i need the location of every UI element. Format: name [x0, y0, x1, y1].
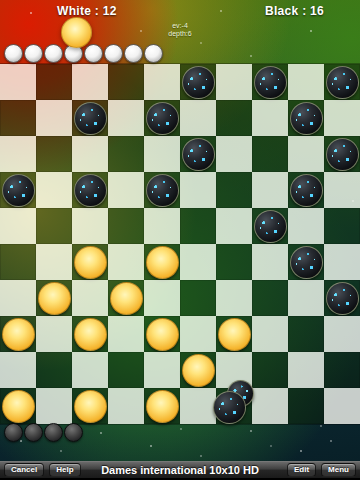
cell-r7c9: [288, 280, 324, 316]
black-man[interactable]: [146, 102, 179, 135]
captured-white-ball: [4, 44, 23, 63]
draughts-app: White : 12 Black : 16 ev:-4 depth:6 Canc…: [0, 0, 360, 480]
cell-r8c6: [180, 316, 216, 352]
eval-value: ev:-4: [0, 22, 360, 30]
cell-r8c7[interactable]: [216, 316, 252, 352]
black-man[interactable]: [182, 66, 215, 99]
menu-button[interactable]: Menu: [321, 463, 356, 477]
cell-r3c7: [216, 136, 252, 172]
cell-r3c2[interactable]: [36, 136, 72, 172]
cell-r5c3: [72, 208, 108, 244]
cell-r8c10: [324, 316, 360, 352]
cell-r1c1: [0, 64, 36, 100]
cell-r3c1: [0, 136, 36, 172]
white-man[interactable]: [74, 390, 107, 423]
cell-r10c9[interactable]: [288, 388, 324, 424]
cell-r7c8[interactable]: [252, 280, 288, 316]
cell-r10c3[interactable]: [72, 388, 108, 424]
cell-r5c4[interactable]: [108, 208, 144, 244]
white-man[interactable]: [146, 246, 179, 279]
cell-r8c1[interactable]: [0, 316, 36, 352]
cell-r4c10: [324, 172, 360, 208]
cell-r6c8: [252, 244, 288, 280]
captured-black-ball: [4, 423, 23, 442]
white-man[interactable]: [74, 318, 107, 351]
cell-r3c9: [288, 136, 324, 172]
white-man[interactable]: [38, 282, 71, 315]
cell-r4c1[interactable]: [0, 172, 36, 208]
black-score-label: Black : 16: [265, 4, 324, 18]
cell-r5c1: [0, 208, 36, 244]
cell-r6c4: [108, 244, 144, 280]
white-score-label: White : 12: [57, 4, 117, 18]
cell-r8c2: [36, 316, 72, 352]
white-man[interactable]: [146, 390, 179, 423]
black-man[interactable]: [326, 282, 359, 315]
cell-r6c7[interactable]: [216, 244, 252, 280]
cell-r7c1: [0, 280, 36, 316]
edit-button[interactable]: Edit: [287, 463, 316, 477]
black-man[interactable]: [290, 246, 323, 279]
cell-r9c3: [72, 352, 108, 388]
cell-r4c5[interactable]: [144, 172, 180, 208]
black-man[interactable]: [290, 174, 323, 207]
cell-r9c10[interactable]: [324, 352, 360, 388]
white-man[interactable]: [218, 318, 251, 351]
cell-r2c10: [324, 100, 360, 136]
cell-r1c3: [72, 64, 108, 100]
eval-depth: depth:6: [0, 30, 360, 38]
cell-r8c3[interactable]: [72, 316, 108, 352]
cell-r10c7[interactable]: [216, 388, 252, 424]
black-man[interactable]: [74, 174, 107, 207]
cell-r1c7: [216, 64, 252, 100]
cell-r8c9[interactable]: [288, 316, 324, 352]
cell-r9c1: [0, 352, 36, 388]
white-man[interactable]: [110, 282, 143, 315]
white-man[interactable]: [182, 354, 215, 387]
captured-black-tray: [4, 423, 83, 442]
cell-r1c10[interactable]: [324, 64, 360, 100]
white-man[interactable]: [146, 318, 179, 351]
black-man[interactable]: [2, 174, 35, 207]
cell-r4c7[interactable]: [216, 172, 252, 208]
cell-r8c4: [108, 316, 144, 352]
cell-r9c6[interactable]: [180, 352, 216, 388]
black-king-lower-disc: [213, 391, 246, 424]
cell-r1c2[interactable]: [36, 64, 72, 100]
cell-r10c10: [324, 388, 360, 424]
cell-r9c9: [288, 352, 324, 388]
cell-r5c6[interactable]: [180, 208, 216, 244]
cell-r10c5[interactable]: [144, 388, 180, 424]
cell-r2c3[interactable]: [72, 100, 108, 136]
cell-r6c5[interactable]: [144, 244, 180, 280]
cell-r6c2: [36, 244, 72, 280]
cell-r9c2[interactable]: [36, 352, 72, 388]
cell-r7c5: [144, 280, 180, 316]
cell-r4c9[interactable]: [288, 172, 324, 208]
cell-r6c9[interactable]: [288, 244, 324, 280]
cell-r6c1[interactable]: [0, 244, 36, 280]
white-man[interactable]: [74, 246, 107, 279]
captured-white-ball: [44, 44, 63, 63]
captured-black-ball: [64, 423, 83, 442]
cell-r2c9[interactable]: [288, 100, 324, 136]
cell-r6c6: [180, 244, 216, 280]
cell-r7c4[interactable]: [108, 280, 144, 316]
captured-white-ball: [104, 44, 123, 63]
engine-eval: ev:-4 depth:6: [0, 22, 360, 38]
cell-r3c8[interactable]: [252, 136, 288, 172]
cell-r7c7: [216, 280, 252, 316]
cell-r4c2: [36, 172, 72, 208]
cell-r7c10[interactable]: [324, 280, 360, 316]
cell-r5c9: [288, 208, 324, 244]
cell-r8c5[interactable]: [144, 316, 180, 352]
white-man[interactable]: [2, 318, 35, 351]
captured-white-ball: [144, 44, 163, 63]
captured-white-ball: [84, 44, 103, 63]
black-man[interactable]: [290, 102, 323, 135]
black-man[interactable]: [326, 138, 359, 171]
cell-r10c4: [108, 388, 144, 424]
cell-r2c1[interactable]: [0, 100, 36, 136]
cell-r9c8[interactable]: [252, 352, 288, 388]
cell-r6c10: [324, 244, 360, 280]
cell-r9c5: [144, 352, 180, 388]
cell-r2c6: [180, 100, 216, 136]
cell-r1c8[interactable]: [252, 64, 288, 100]
cell-r9c4[interactable]: [108, 352, 144, 388]
cell-r3c10[interactable]: [324, 136, 360, 172]
black-man[interactable]: [254, 66, 287, 99]
cell-r4c3[interactable]: [72, 172, 108, 208]
cancel-button[interactable]: Cancel: [4, 463, 44, 477]
cell-r7c6[interactable]: [180, 280, 216, 316]
cell-r4c6: [180, 172, 216, 208]
cell-r6c3[interactable]: [72, 244, 108, 280]
turn-indicator-white-piece: [61, 17, 92, 48]
cell-r3c3: [72, 136, 108, 172]
cell-r10c2: [36, 388, 72, 424]
cell-r4c4: [108, 172, 144, 208]
toolbar: Cancel Help Dames international 10x10 HD…: [0, 461, 360, 478]
black-man[interactable]: [182, 138, 215, 171]
cell-r10c1[interactable]: [0, 388, 36, 424]
cell-r10c8: [252, 388, 288, 424]
cell-r8c8: [252, 316, 288, 352]
cell-r5c5: [144, 208, 180, 244]
cell-r3c4[interactable]: [108, 136, 144, 172]
cell-r3c5: [144, 136, 180, 172]
cell-r2c2: [36, 100, 72, 136]
cell-r5c7: [216, 208, 252, 244]
cell-r2c8: [252, 100, 288, 136]
captured-black-ball: [44, 423, 63, 442]
captured-white-ball: [124, 44, 143, 63]
black-man[interactable]: [74, 102, 107, 135]
help-button[interactable]: Help: [49, 463, 80, 477]
cell-r1c6[interactable]: [180, 64, 216, 100]
cell-r1c9: [288, 64, 324, 100]
cell-r2c5[interactable]: [144, 100, 180, 136]
white-man[interactable]: [2, 390, 35, 423]
cell-r5c2[interactable]: [36, 208, 72, 244]
board: [0, 64, 360, 424]
cell-r1c5: [144, 64, 180, 100]
black-king[interactable]: [216, 388, 252, 424]
captured-white-tray: [4, 44, 163, 63]
cell-r2c4: [108, 100, 144, 136]
black-man[interactable]: [146, 174, 179, 207]
captured-black-ball: [24, 423, 43, 442]
cell-r7c3: [72, 280, 108, 316]
cell-r10c6: [180, 388, 216, 424]
cell-r2c7[interactable]: [216, 100, 252, 136]
cell-r5c10[interactable]: [324, 208, 360, 244]
cell-r3c6[interactable]: [180, 136, 216, 172]
captured-white-ball: [24, 44, 43, 63]
black-man[interactable]: [326, 66, 359, 99]
cell-r4c8: [252, 172, 288, 208]
black-man[interactable]: [254, 210, 287, 243]
cell-r5c8[interactable]: [252, 208, 288, 244]
cell-r1c4[interactable]: [108, 64, 144, 100]
cell-r7c2[interactable]: [36, 280, 72, 316]
